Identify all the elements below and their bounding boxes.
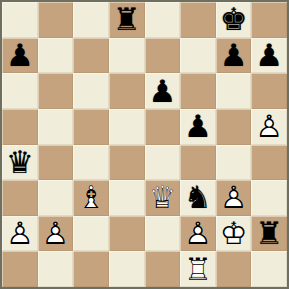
square-g5[interactable] <box>216 109 252 145</box>
square-a2[interactable]: ♟♙ <box>2 216 38 252</box>
square-e2[interactable] <box>145 216 181 252</box>
square-g4[interactable] <box>216 145 252 181</box>
square-e3[interactable]: ♛♕ <box>145 180 181 216</box>
square-a1[interactable] <box>2 251 38 287</box>
square-a6[interactable] <box>2 73 38 109</box>
square-d4[interactable] <box>109 145 145 181</box>
square-f1[interactable]: ♜♖ <box>180 251 216 287</box>
square-g8[interactable]: ♚ <box>216 2 252 38</box>
black-pawn[interactable]: ♟ <box>216 38 252 74</box>
black-queen[interactable]: ♛ <box>2 145 38 181</box>
white-king-outline: ♔ <box>216 216 252 251</box>
square-a4[interactable]: ♛ <box>2 145 38 181</box>
square-b1[interactable] <box>38 251 74 287</box>
square-c5[interactable] <box>73 109 109 145</box>
black-knight[interactable]: ♞ <box>180 180 216 216</box>
black-pawn-glyph: ♟ <box>2 38 38 73</box>
square-a5[interactable] <box>2 109 38 145</box>
square-g3[interactable]: ♟♙ <box>216 180 252 216</box>
white-pawn[interactable]: ♟♙ <box>251 109 287 145</box>
black-queen-glyph: ♛ <box>2 145 38 180</box>
white-queen-outline: ♕ <box>145 180 181 215</box>
square-h5[interactable]: ♟♙ <box>251 109 287 145</box>
square-e1[interactable] <box>145 251 181 287</box>
white-pawn[interactable]: ♟♙ <box>38 216 74 252</box>
square-h2[interactable]: ♜ <box>251 216 287 252</box>
square-f2[interactable]: ♟♙ <box>180 216 216 252</box>
square-c3[interactable]: ♝♗ <box>73 180 109 216</box>
white-pawn-outline: ♙ <box>180 216 216 251</box>
square-h3[interactable] <box>251 180 287 216</box>
black-pawn-glyph: ♟ <box>251 38 287 73</box>
square-c8[interactable] <box>73 2 109 38</box>
square-d5[interactable] <box>109 109 145 145</box>
square-f6[interactable] <box>180 73 216 109</box>
white-pawn-outline: ♙ <box>216 180 252 215</box>
square-d2[interactable] <box>109 216 145 252</box>
white-pawn-outline: ♙ <box>2 216 38 251</box>
square-e8[interactable] <box>145 2 181 38</box>
black-pawn[interactable]: ♟ <box>180 109 216 145</box>
white-rook-outline: ♖ <box>180 252 216 287</box>
square-a8[interactable] <box>2 2 38 38</box>
white-pawn-outline: ♙ <box>251 109 287 144</box>
square-f5[interactable]: ♟ <box>180 109 216 145</box>
black-rook[interactable]: ♜ <box>109 2 145 38</box>
square-b4[interactable] <box>38 145 74 181</box>
square-f4[interactable] <box>180 145 216 181</box>
black-pawn-glyph: ♟ <box>180 109 216 144</box>
square-h8[interactable] <box>251 2 287 38</box>
square-h4[interactable] <box>251 145 287 181</box>
square-c2[interactable] <box>73 216 109 252</box>
black-king-glyph: ♚ <box>216 2 252 37</box>
square-h6[interactable] <box>251 73 287 109</box>
square-e5[interactable] <box>145 109 181 145</box>
square-b8[interactable] <box>38 2 74 38</box>
square-c4[interactable] <box>73 145 109 181</box>
black-king[interactable]: ♚ <box>216 2 252 38</box>
square-b2[interactable]: ♟♙ <box>38 216 74 252</box>
black-rook-glyph: ♜ <box>251 216 287 251</box>
square-b6[interactable] <box>38 73 74 109</box>
square-d7[interactable] <box>109 38 145 74</box>
square-c1[interactable] <box>73 251 109 287</box>
black-pawn-glyph: ♟ <box>145 74 181 109</box>
white-pawn-outline: ♙ <box>38 216 74 251</box>
square-b7[interactable] <box>38 38 74 74</box>
square-f7[interactable] <box>180 38 216 74</box>
square-c7[interactable] <box>73 38 109 74</box>
square-g2[interactable]: ♚♔ <box>216 216 252 252</box>
square-d8[interactable]: ♜ <box>109 2 145 38</box>
square-h1[interactable] <box>251 251 287 287</box>
black-pawn[interactable]: ♟ <box>251 38 287 74</box>
square-a7[interactable]: ♟ <box>2 38 38 74</box>
square-d6[interactable] <box>109 73 145 109</box>
chess-board: ♜♚♟♟♟♟♟♟♙♛♝♗♛♕♞♟♙♟♙♟♙♟♙♚♔♜♜♖ <box>0 0 289 289</box>
white-pawn[interactable]: ♟♙ <box>2 216 38 252</box>
square-e4[interactable] <box>145 145 181 181</box>
black-rook-glyph: ♜ <box>109 2 145 37</box>
square-b5[interactable] <box>38 109 74 145</box>
square-h7[interactable]: ♟ <box>251 38 287 74</box>
square-a3[interactable] <box>2 180 38 216</box>
black-pawn[interactable]: ♟ <box>145 73 181 109</box>
white-pawn[interactable]: ♟♙ <box>216 180 252 216</box>
chess-board-container: ♜♚♟♟♟♟♟♟♙♛♝♗♛♕♞♟♙♟♙♟♙♟♙♚♔♜♜♖ <box>0 0 289 289</box>
square-g6[interactable] <box>216 73 252 109</box>
square-g1[interactable] <box>216 251 252 287</box>
black-pawn[interactable]: ♟ <box>2 38 38 74</box>
black-pawn-glyph: ♟ <box>216 38 252 73</box>
white-pawn[interactable]: ♟♙ <box>180 216 216 252</box>
black-knight-glyph: ♞ <box>180 180 216 215</box>
square-g7[interactable]: ♟ <box>216 38 252 74</box>
square-d3[interactable] <box>109 180 145 216</box>
square-e7[interactable] <box>145 38 181 74</box>
white-king[interactable]: ♚♔ <box>216 216 252 252</box>
black-rook[interactable]: ♜ <box>251 216 287 252</box>
white-bishop-outline: ♗ <box>73 180 109 215</box>
square-c6[interactable] <box>73 73 109 109</box>
square-e6[interactable]: ♟ <box>145 73 181 109</box>
square-f8[interactable] <box>180 2 216 38</box>
square-d1[interactable] <box>109 251 145 287</box>
square-f3[interactable]: ♞ <box>180 180 216 216</box>
white-bishop[interactable]: ♝♗ <box>73 180 109 216</box>
square-b3[interactable] <box>38 180 74 216</box>
white-rook[interactable]: ♜♖ <box>180 251 216 287</box>
white-queen[interactable]: ♛♕ <box>145 180 181 216</box>
